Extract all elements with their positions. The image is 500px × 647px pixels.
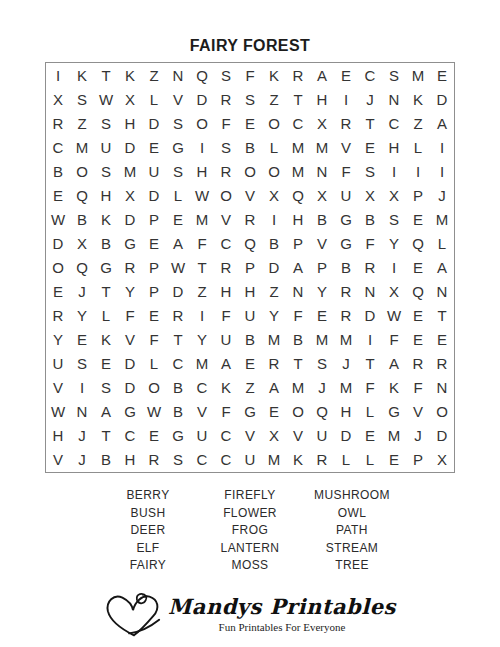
- grid-cell: F: [358, 231, 382, 255]
- grid-cell: X: [118, 87, 142, 111]
- grid-cell: M: [310, 328, 334, 352]
- grid-cell: N: [358, 280, 382, 304]
- word-list-column: FIREFLYFLOWERFROGLANTERNMOSS: [199, 487, 301, 575]
- grid-cell: V: [238, 424, 262, 448]
- grid-cell: B: [70, 207, 94, 231]
- word-list-item: FAIRY: [97, 557, 199, 575]
- grid-cell: A: [430, 255, 454, 279]
- grid-cell: Y: [262, 304, 286, 328]
- grid-cell: E: [430, 328, 454, 352]
- grid-cell: A: [382, 352, 406, 376]
- grid-cell: J: [70, 424, 94, 448]
- grid-cell: I: [190, 304, 214, 328]
- grid-cell: R: [358, 255, 382, 279]
- grid-cell: E: [46, 280, 70, 304]
- grid-cell: H: [382, 135, 406, 159]
- grid-cell: S: [238, 87, 262, 111]
- grid-cell: N: [430, 280, 454, 304]
- grid-cell: A: [262, 376, 286, 400]
- grid-cell: F: [214, 400, 238, 424]
- grid-cell: C: [46, 135, 70, 159]
- grid-cell: R: [166, 304, 190, 328]
- grid-cell: M: [310, 135, 334, 159]
- word-list-item: ELF: [97, 540, 199, 558]
- grid-cell: W: [94, 87, 118, 111]
- grid-cell: K: [118, 63, 142, 87]
- grid-cell: V: [46, 376, 70, 400]
- grid-cell: V: [166, 87, 190, 111]
- grid-cell: D: [334, 424, 358, 448]
- grid-cell: A: [310, 63, 334, 87]
- grid-cell: K: [94, 328, 118, 352]
- grid-cell: H: [286, 207, 310, 231]
- grid-cell: D: [190, 87, 214, 111]
- grid-cell: S: [94, 159, 118, 183]
- word-list-item: OWL: [301, 505, 403, 523]
- grid-cell: I: [190, 135, 214, 159]
- grid-cell: T: [286, 352, 310, 376]
- grid-cell: L: [358, 400, 382, 424]
- grid-cell: S: [166, 159, 190, 183]
- grid-cell: Y: [310, 280, 334, 304]
- grid-cell: C: [214, 231, 238, 255]
- grid-cell: J: [70, 280, 94, 304]
- grid-cell: O: [238, 159, 262, 183]
- grid-cell: M: [190, 207, 214, 231]
- grid-cell: E: [310, 304, 334, 328]
- grid-cell: K: [214, 376, 238, 400]
- word-list-item: TREE: [301, 557, 403, 575]
- grid-cell: S: [166, 448, 190, 472]
- grid-cell: H: [94, 183, 118, 207]
- grid-cell: S: [94, 376, 118, 400]
- grid-cell: R: [46, 304, 70, 328]
- grid-cell: J: [70, 448, 94, 472]
- grid-cell: F: [382, 328, 406, 352]
- grid-cell: L: [262, 135, 286, 159]
- grid-cell: V: [406, 400, 430, 424]
- grid-cell: T: [166, 328, 190, 352]
- brand-name: Mandys Printables: [168, 594, 396, 619]
- grid-cell: N: [310, 159, 334, 183]
- grid-cell: V: [46, 448, 70, 472]
- grid-cell: X: [310, 183, 334, 207]
- grid-cell: R: [430, 352, 454, 376]
- grid-cell: T: [190, 255, 214, 279]
- grid-cell: X: [358, 183, 382, 207]
- grid-cell: S: [166, 111, 190, 135]
- grid-cell: F: [238, 63, 262, 87]
- grid-cell: S: [382, 63, 406, 87]
- grid-cell: E: [406, 328, 430, 352]
- grid-cell: E: [430, 63, 454, 87]
- grid-cell: D: [118, 376, 142, 400]
- grid-cell: A: [94, 400, 118, 424]
- grid-cell: E: [142, 424, 166, 448]
- grid-cell: I: [70, 376, 94, 400]
- grid-cell: X: [430, 448, 454, 472]
- grid-cell: D: [118, 352, 142, 376]
- grid-cell: M: [118, 159, 142, 183]
- grid-cell: R: [214, 255, 238, 279]
- grid-cell: O: [142, 376, 166, 400]
- grid-cell: U: [142, 159, 166, 183]
- grid-cell: P: [142, 207, 166, 231]
- grid-cell: N: [286, 280, 310, 304]
- word-list-item: LANTERN: [199, 540, 301, 558]
- grid-cell: B: [262, 231, 286, 255]
- grid-cell: M: [334, 376, 358, 400]
- grid-cell: N: [166, 63, 190, 87]
- grid-cell: C: [214, 448, 238, 472]
- grid-cell: D: [430, 424, 454, 448]
- grid-cell: Q: [190, 63, 214, 87]
- grid-cell: R: [334, 280, 358, 304]
- grid-cell: M: [334, 328, 358, 352]
- grid-cell: F: [286, 304, 310, 328]
- grid-cell: N: [430, 376, 454, 400]
- grid-cell: M: [70, 135, 94, 159]
- grid-cell: M: [190, 352, 214, 376]
- grid-cell: W: [166, 255, 190, 279]
- grid-cell: V: [190, 400, 214, 424]
- grid-cell: D: [166, 280, 190, 304]
- grid-cell: W: [382, 304, 406, 328]
- grid-cell: X: [262, 183, 286, 207]
- grid-cell: D: [358, 304, 382, 328]
- grid-cell: L: [142, 87, 166, 111]
- grid-cell: V: [286, 424, 310, 448]
- grid-cell: I: [46, 63, 70, 87]
- grid-cell: B: [238, 328, 262, 352]
- grid-cell: P: [406, 183, 430, 207]
- grid-cell: F: [190, 231, 214, 255]
- grid-cell: B: [94, 448, 118, 472]
- grid-cell: G: [166, 424, 190, 448]
- grid-cell: Z: [70, 111, 94, 135]
- grid-cell: Y: [382, 231, 406, 255]
- grid-cell: F: [358, 376, 382, 400]
- grid-cell: G: [118, 231, 142, 255]
- grid-cell: H: [238, 280, 262, 304]
- grid-cell: T: [358, 111, 382, 135]
- grid-cell: E: [334, 63, 358, 87]
- grid-cell: D: [430, 87, 454, 111]
- grid-cell: M: [286, 376, 310, 400]
- grid-cell: R: [118, 255, 142, 279]
- grid-cell: S: [358, 159, 382, 183]
- grid-cell: W: [46, 400, 70, 424]
- grid-cell: H: [334, 400, 358, 424]
- grid-cell: E: [70, 328, 94, 352]
- grid-cell: X: [70, 231, 94, 255]
- grid-cell: E: [406, 255, 430, 279]
- grid-cell: E: [382, 448, 406, 472]
- grid-cell: A: [430, 111, 454, 135]
- grid-cell: Q: [286, 183, 310, 207]
- grid-cell: B: [334, 255, 358, 279]
- grid-cell: Z: [406, 111, 430, 135]
- grid-cell: C: [358, 63, 382, 87]
- word-list-item: FIREFLY: [199, 487, 301, 505]
- grid-cell: I: [430, 159, 454, 183]
- grid-cell: S: [94, 111, 118, 135]
- grid-cell: P: [142, 280, 166, 304]
- grid-cell: B: [310, 207, 334, 231]
- grid-cell: Z: [142, 63, 166, 87]
- grid-cell: O: [262, 111, 286, 135]
- grid-cell: Z: [238, 376, 262, 400]
- grid-cell: K: [286, 448, 310, 472]
- grid-cell: Y: [118, 280, 142, 304]
- worksheet-page: FAIRY FOREST IKTKZNQSFKRAECSMEXSWXLVDRSZ…: [0, 0, 500, 647]
- grid-cell: V: [238, 183, 262, 207]
- grid-cell: F: [118, 304, 142, 328]
- grid-cell: I: [334, 87, 358, 111]
- grid-cell: M: [262, 328, 286, 352]
- grid-cell: B: [358, 207, 382, 231]
- grid-cell: R: [286, 63, 310, 87]
- grid-cell: N: [382, 87, 406, 111]
- grid-cell: U: [190, 424, 214, 448]
- grid-cell: L: [334, 448, 358, 472]
- grid-cell: U: [238, 448, 262, 472]
- grid-cell: B: [94, 231, 118, 255]
- grid-cell: Y: [190, 328, 214, 352]
- grid-cell: O: [262, 159, 286, 183]
- grid-cell: F: [142, 328, 166, 352]
- grid-cell: R: [214, 159, 238, 183]
- grid-cell: Q: [70, 255, 94, 279]
- grid-cell: O: [286, 400, 310, 424]
- grid-cell: J: [310, 376, 334, 400]
- grid-cell: L: [142, 352, 166, 376]
- grid-cell: O: [430, 400, 454, 424]
- word-list-item: DEER: [97, 522, 199, 540]
- grid-cell: P: [238, 255, 262, 279]
- grid-cell: G: [334, 207, 358, 231]
- grid-cell: B: [46, 159, 70, 183]
- grid-cell: Q: [238, 231, 262, 255]
- grid-cell: U: [238, 304, 262, 328]
- grid-cell: L: [358, 448, 382, 472]
- grid-cell: T: [94, 424, 118, 448]
- grid-cell: E: [46, 183, 70, 207]
- grid-cell: U: [310, 424, 334, 448]
- grid-cell: X: [310, 111, 334, 135]
- grid-cell: C: [190, 376, 214, 400]
- grid-cell: G: [238, 400, 262, 424]
- grid-cell: O: [190, 111, 214, 135]
- grid-cell: H: [46, 424, 70, 448]
- grid-cell: Y: [46, 328, 70, 352]
- grid-cell: M: [382, 424, 406, 448]
- grid-cell: T: [286, 87, 310, 111]
- word-list-column: MUSHROOMOWLPATHSTREAMTREE: [301, 487, 403, 575]
- grid-cell: X: [382, 280, 406, 304]
- grid-cell: H: [310, 87, 334, 111]
- grid-cell: E: [238, 111, 262, 135]
- grid-cell: C: [190, 448, 214, 472]
- grid-cell: Y: [70, 304, 94, 328]
- grid-cell: S: [70, 352, 94, 376]
- grid-cell: U: [46, 352, 70, 376]
- grid-cell: F: [214, 111, 238, 135]
- grid-cell: M: [286, 135, 310, 159]
- grid-cell: R: [46, 111, 70, 135]
- grid-cell: H: [190, 159, 214, 183]
- grid-cell: K: [382, 376, 406, 400]
- grid-cell: X: [262, 424, 286, 448]
- grid-cell: R: [310, 448, 334, 472]
- grid-cell: P: [142, 255, 166, 279]
- grid-cell: O: [46, 255, 70, 279]
- grid-cell: Z: [262, 280, 286, 304]
- grid-cell: X: [118, 183, 142, 207]
- grid-cell: P: [286, 231, 310, 255]
- grid-cell: S: [310, 352, 334, 376]
- grid-cell: Q: [70, 183, 94, 207]
- grid-cell: J: [406, 424, 430, 448]
- grid-cell: F: [214, 304, 238, 328]
- grid-cell: G: [166, 135, 190, 159]
- grid-cell: L: [94, 304, 118, 328]
- grid-cell: W: [46, 207, 70, 231]
- grid-cell: U: [334, 183, 358, 207]
- grid-cell: V: [214, 207, 238, 231]
- grid-cell: I: [382, 159, 406, 183]
- grid-cell: L: [166, 183, 190, 207]
- grid-cell: K: [262, 63, 286, 87]
- grid-cell: M: [262, 448, 286, 472]
- grid-cell: E: [142, 304, 166, 328]
- grid-cell: Z: [190, 280, 214, 304]
- grid-cell: V: [334, 135, 358, 159]
- grid-cell: S: [214, 135, 238, 159]
- grid-cell: C: [214, 424, 238, 448]
- grid-cell: M: [286, 159, 310, 183]
- grid-cell: B: [238, 135, 262, 159]
- word-list-column: BERRYBUSHDEERELFFAIRY: [97, 487, 199, 575]
- grid-cell: A: [214, 352, 238, 376]
- grid-cell: E: [142, 231, 166, 255]
- grid-cell: S: [214, 63, 238, 87]
- word-list-item: PATH: [301, 522, 403, 540]
- grid-cell: I: [406, 159, 430, 183]
- grid-cell: O: [214, 183, 238, 207]
- grid-cell: U: [214, 328, 238, 352]
- grid-cell: V: [118, 328, 142, 352]
- grid-cell: O: [70, 159, 94, 183]
- grid-cell: R: [142, 448, 166, 472]
- grid-cell: G: [94, 255, 118, 279]
- grid-cell: E: [166, 207, 190, 231]
- grid-cell: L: [406, 135, 430, 159]
- grid-cell: P: [406, 448, 430, 472]
- grid-cell: E: [406, 304, 430, 328]
- grid-cell: T: [430, 304, 454, 328]
- grid-cell: M: [406, 63, 430, 87]
- brand-tagline: Fun Printables For Everyone: [219, 621, 346, 633]
- grid-cell: K: [406, 87, 430, 111]
- grid-cell: B: [166, 376, 190, 400]
- grid-cell: A: [286, 255, 310, 279]
- grid-cell: N: [70, 400, 94, 424]
- grid-cell: G: [382, 400, 406, 424]
- word-list-item: BERRY: [97, 487, 199, 505]
- brand-footer: Mandys Printables Fun Printables For Eve…: [0, 588, 500, 640]
- grid-cell: D: [46, 231, 70, 255]
- grid-cell: B: [166, 400, 190, 424]
- grid-cell: K: [70, 63, 94, 87]
- grid-cell: D: [118, 207, 142, 231]
- grid-cell: T: [94, 63, 118, 87]
- grid-cell: C: [118, 424, 142, 448]
- grid-cell: W: [190, 183, 214, 207]
- word-list: BERRYBUSHDEERELFFAIRYFIREFLYFLOWERFROGLA…: [0, 487, 500, 575]
- grid-cell: H: [214, 280, 238, 304]
- grid-cell: C: [166, 352, 190, 376]
- word-search-grid: IKTKZNQSFKRAECSMEXSWXLVDRSZTHIJNKDRZSHDS…: [45, 62, 455, 473]
- grid-cell: K: [94, 207, 118, 231]
- grid-cell: X: [382, 183, 406, 207]
- grid-cell: R: [334, 304, 358, 328]
- grid-cell: E: [358, 424, 382, 448]
- word-list-item: FLOWER: [199, 505, 301, 523]
- grid-cell: R: [262, 352, 286, 376]
- grid-cell: J: [430, 183, 454, 207]
- grid-cell: H: [118, 111, 142, 135]
- grid-cell: R: [334, 111, 358, 135]
- puzzle-title: FAIRY FOREST: [0, 37, 500, 55]
- grid-cell: T: [94, 280, 118, 304]
- grid-cell: Q: [406, 280, 430, 304]
- grid-cell: I: [382, 255, 406, 279]
- grid-cell: G: [118, 400, 142, 424]
- grid-cell: D: [118, 135, 142, 159]
- grid-cell: F: [406, 376, 430, 400]
- grid-cell: Z: [262, 87, 286, 111]
- grid-cell: D: [142, 183, 166, 207]
- grid-cell: L: [430, 231, 454, 255]
- grid-cell: P: [310, 255, 334, 279]
- word-list-item: BUSH: [97, 505, 199, 523]
- word-list-item: FROG: [199, 522, 301, 540]
- grid-cell: S: [382, 207, 406, 231]
- grid-cell: U: [94, 135, 118, 159]
- grid-cell: W: [142, 400, 166, 424]
- grid-cell: E: [238, 352, 262, 376]
- word-list-item: MUSHROOM: [301, 487, 403, 505]
- grid-cell: I: [358, 328, 382, 352]
- grid-cell: E: [94, 352, 118, 376]
- grid-cell: I: [262, 207, 286, 231]
- word-list-item: STREAM: [301, 540, 403, 558]
- grid-cell: B: [286, 328, 310, 352]
- grid-cell: G: [334, 231, 358, 255]
- grid-cell: T: [358, 352, 382, 376]
- grid-cell: Q: [406, 231, 430, 255]
- heart-logo-icon: [104, 590, 164, 640]
- grid-cell: D: [142, 111, 166, 135]
- grid-cell: I: [430, 135, 454, 159]
- grid-cell: R: [406, 352, 430, 376]
- grid-cell: C: [382, 111, 406, 135]
- grid-cell: F: [334, 159, 358, 183]
- grid-cell: M: [430, 207, 454, 231]
- grid-cell: E: [142, 135, 166, 159]
- grid-cell: H: [118, 448, 142, 472]
